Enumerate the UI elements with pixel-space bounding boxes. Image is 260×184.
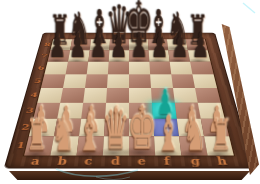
square-e7[interactable]: ♟ <box>129 50 149 62</box>
square-h6[interactable] <box>190 62 214 75</box>
square-d1[interactable]: ♛ <box>103 136 129 155</box>
square-b6[interactable] <box>66 62 89 75</box>
square-d6[interactable] <box>108 62 129 75</box>
board-3d-perspective: ♜♞♝♛♚♝♞♜♟♟♟♟♟♟♟♟♟♟♟♟♟♟♟♟♜♞♝♛♚♝♞♜ 1234567… <box>4 33 255 169</box>
square-c1[interactable]: ♝ <box>77 136 104 155</box>
square-c5[interactable] <box>85 74 108 88</box>
square-b5[interactable] <box>63 74 87 88</box>
square-g7[interactable]: ♟ <box>168 50 190 62</box>
piece-black-pawn-h7[interactable]: ♟ <box>192 28 209 63</box>
square-b7[interactable]: ♟ <box>68 50 90 62</box>
square-e6[interactable] <box>129 62 150 75</box>
square-d5[interactable] <box>107 74 129 88</box>
piece-black-pawn-f7[interactable]: ♟ <box>151 28 168 63</box>
piece-black-pawn-c7[interactable]: ♟ <box>90 28 107 63</box>
chess-board-screenshot: ♜♞♝♛♚♝♞♜♟♟♟♟♟♟♟♟♟♟♟♟♟♟♟♟♜♞♝♛♚♝♞♜ 1234567… <box>0 0 260 184</box>
square-f7[interactable]: ♟ <box>149 50 170 62</box>
piece-white-rook-a1[interactable]: ♜ <box>26 114 48 157</box>
frame-front-face <box>9 171 250 180</box>
screen-artifact-dash <box>240 1 260 17</box>
square-d7[interactable]: ♟ <box>109 50 129 62</box>
board-frame: ♜♞♝♛♚♝♞♜♟♟♟♟♟♟♟♟♟♟♟♟♟♟♟♟♜♞♝♛♚♝♞♜ 1234567… <box>4 33 255 169</box>
piece-white-bishop-c1[interactable]: ♝ <box>77 109 101 157</box>
square-a6[interactable] <box>44 62 68 75</box>
piece-white-knight-g1[interactable]: ♞ <box>183 111 206 158</box>
piece-white-knight-b1[interactable]: ♞ <box>51 111 74 158</box>
square-e1[interactable]: ♚ <box>129 136 155 155</box>
square-f6[interactable] <box>149 62 171 75</box>
square-c7[interactable]: ♟ <box>88 50 109 62</box>
piece-white-rook-h1[interactable]: ♜ <box>210 114 232 157</box>
square-g6[interactable] <box>170 62 193 75</box>
piece-white-bishop-f1[interactable]: ♝ <box>156 109 180 157</box>
square-a5[interactable] <box>41 74 66 88</box>
piece-white-queen-d1[interactable]: ♛ <box>102 102 130 158</box>
piece-black-pawn-e7[interactable]: ♟ <box>130 28 147 63</box>
square-h5[interactable] <box>192 74 217 88</box>
piece-white-king-e1[interactable]: ♚ <box>127 98 157 157</box>
square-g1[interactable]: ♞ <box>179 136 208 155</box>
square-e5[interactable] <box>129 74 151 88</box>
rank-label-5: 5 <box>32 77 44 84</box>
square-h7[interactable]: ♟ <box>188 50 211 62</box>
board-grid: ♜♞♝♛♚♝♞♜♟♟♟♟♟♟♟♟♟♟♟♟♟♟♟♟♜♞♝♛♚♝♞♜ <box>24 39 234 155</box>
piece-black-pawn-d7[interactable]: ♟ <box>110 28 127 63</box>
piece-black-pawn-g7[interactable]: ♟ <box>171 28 188 63</box>
square-h1[interactable]: ♜ <box>204 136 234 155</box>
rank-label-6: 6 <box>36 65 47 71</box>
square-f1[interactable]: ♝ <box>154 136 181 155</box>
square-c6[interactable] <box>87 62 109 75</box>
piece-black-pawn-b7[interactable]: ♟ <box>69 28 86 63</box>
piece-black-pawn-a7[interactable]: ♟ <box>49 28 66 63</box>
square-b1[interactable]: ♞ <box>50 136 79 155</box>
square-g5[interactable] <box>171 74 195 88</box>
